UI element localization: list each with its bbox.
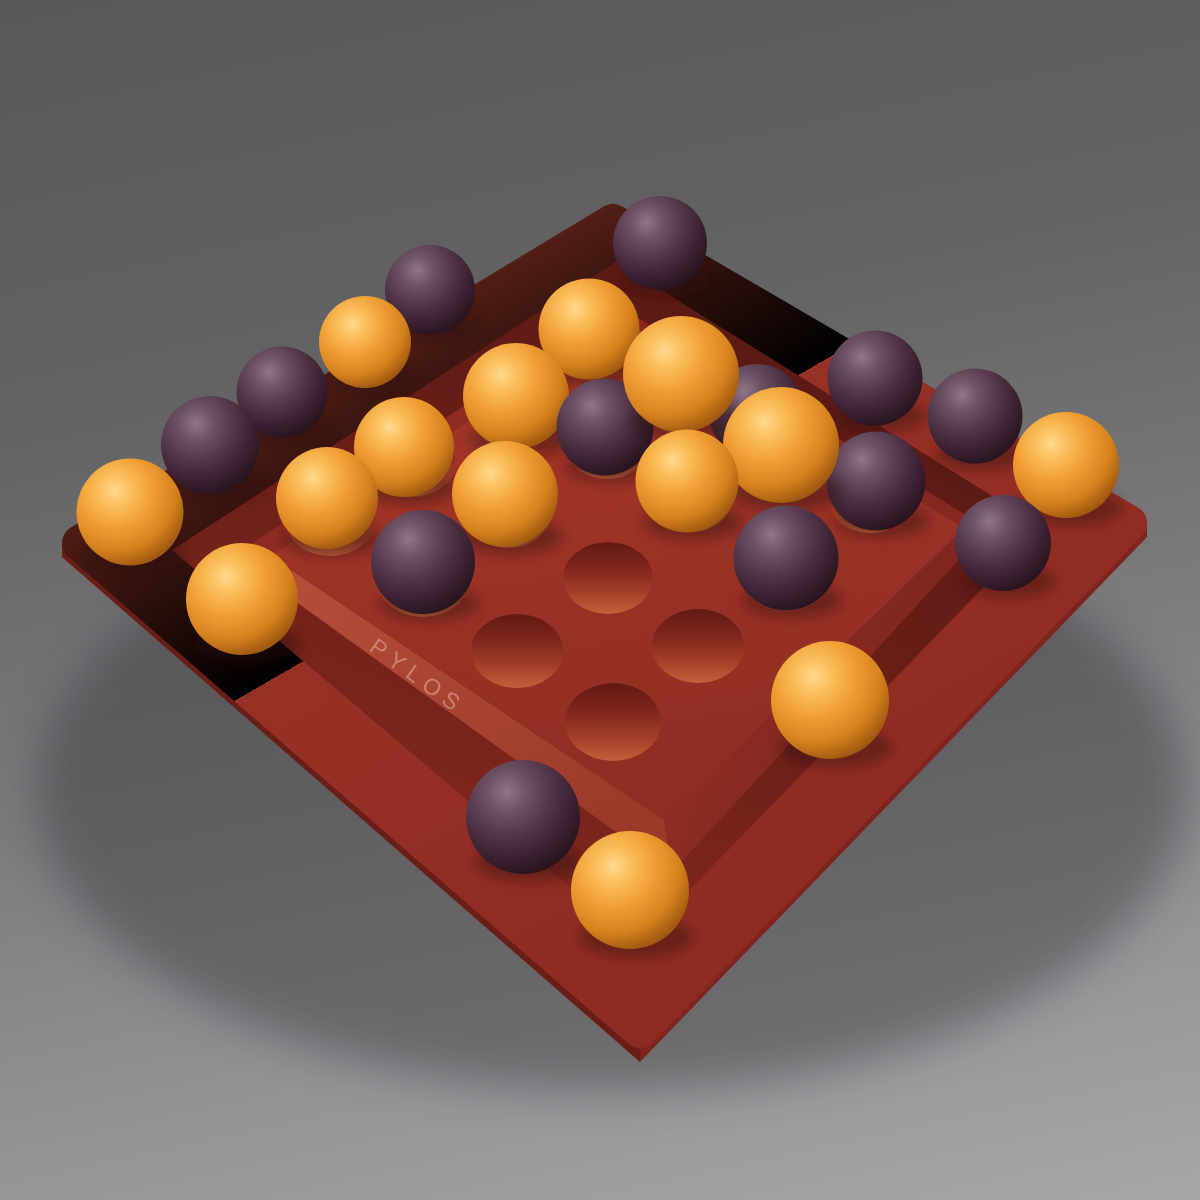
dimple-r3c3[interactable] [565,683,661,761]
photo-scene: PYLOS ● rim top corner● rim upper-left e… [0,0,1200,1200]
dimple-r2c2[interactable] [563,542,653,614]
ball-dark[interactable]: ● rim upper-right edge [828,331,927,433]
pylos-board-photo: PYLOS ● rim top corner● rim upper-left e… [0,0,1200,1200]
ball-dark[interactable]: ● rim upper-right edge [928,369,1027,471]
dimple-r3c2[interactable] [471,614,563,688]
dimple-r2c3[interactable] [652,609,744,683]
ball-dark[interactable]: ● rim top corner [613,196,711,297]
